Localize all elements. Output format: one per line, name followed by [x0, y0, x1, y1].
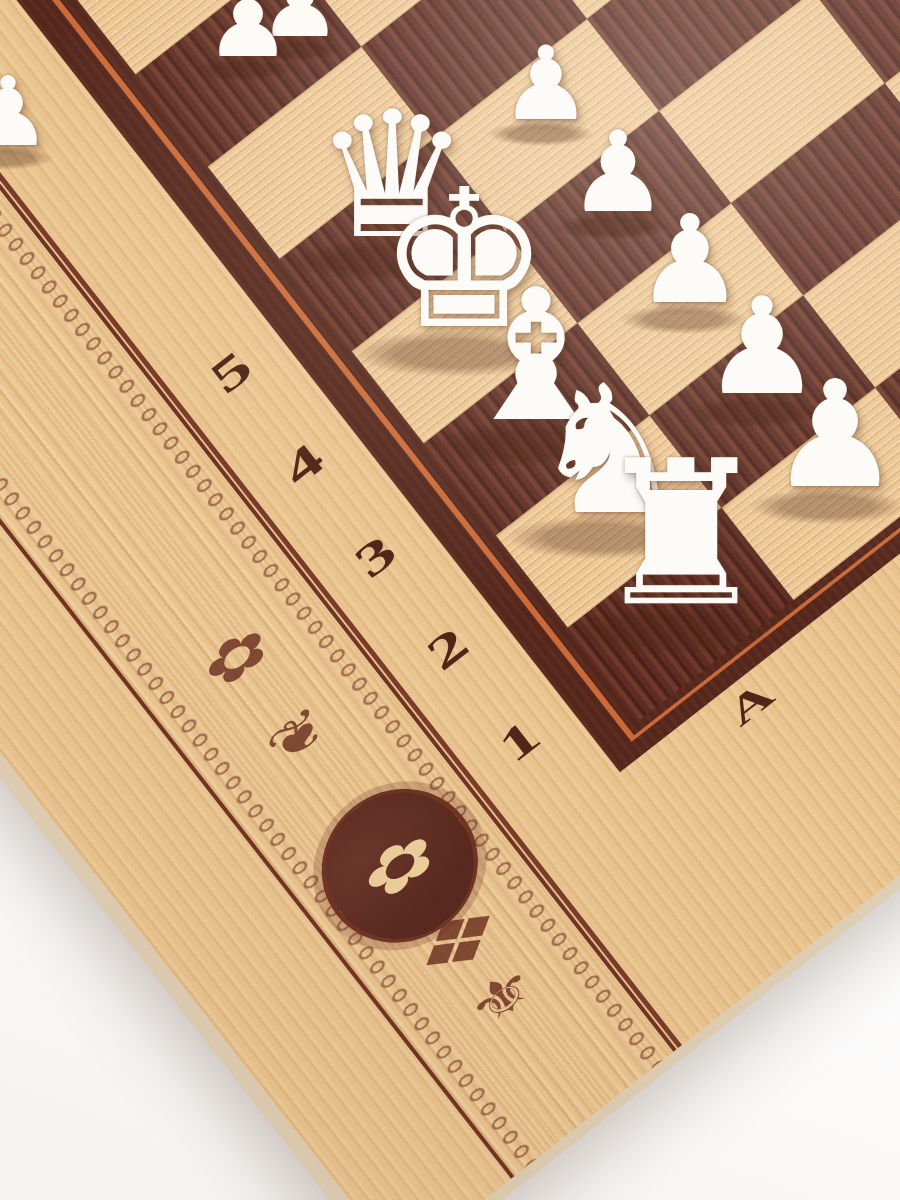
piece-white-pawn-b1[interactable]: ♟	[769, 361, 900, 509]
piece-white-rook-a1[interactable]: ♜	[591, 434, 770, 634]
product-photo-scene: ✿ ✿❦❖⚜ 54321A ♟♟♟♟♟♛♟♚♟♝♟♞♜	[0, 0, 900, 1200]
piece-white-pawn-a8[interactable]: ♟	[0, 64, 51, 160]
piece-white-pawn-a7[interactable]: ♟	[205, 0, 291, 71]
pieces-layer: ♟♟♟♟♟♛♟♚♟♝♟♞♜	[0, 0, 900, 1200]
